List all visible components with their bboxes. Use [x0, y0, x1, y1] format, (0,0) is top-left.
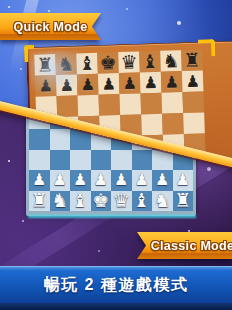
- piece-black-knight[interactable]: ♞: [55, 53, 77, 75]
- square[interactable]: [183, 112, 205, 134]
- square[interactable]: ♜: [34, 54, 56, 76]
- caption-text: 暢玩 2 種遊戲模式: [44, 275, 189, 296]
- square[interactable]: ♝: [76, 53, 98, 75]
- square[interactable]: ♟: [91, 170, 112, 191]
- piece-black-king[interactable]: ♚: [97, 52, 119, 74]
- square[interactable]: ♝: [70, 191, 91, 212]
- piece-white-bishop[interactable]: ♝: [132, 191, 153, 212]
- square[interactable]: [120, 93, 142, 115]
- piece-black-pawn[interactable]: ♟: [161, 71, 183, 93]
- square[interactable]: ♟: [50, 170, 71, 191]
- promo-screenshot: ♜♞♝♚♛♝♞♜♟♟♟♟♟♟♟♟ ♟♟♟♟♟♟♟♟♜♞♝♚♛♝♞♜ Quick …: [0, 0, 232, 310]
- square[interactable]: [162, 113, 184, 135]
- square[interactable]: [152, 150, 173, 171]
- square[interactable]: [70, 150, 91, 171]
- piece-white-pawn[interactable]: ♟: [132, 170, 153, 191]
- square[interactable]: [50, 129, 71, 150]
- square[interactable]: [70, 129, 91, 150]
- piece-black-pawn[interactable]: ♟: [140, 72, 162, 94]
- piece-black-bishop[interactable]: ♝: [139, 51, 161, 73]
- piece-white-rook[interactable]: ♜: [29, 191, 50, 212]
- square[interactable]: [57, 95, 79, 117]
- piece-white-king[interactable]: ♚: [91, 191, 112, 212]
- square[interactable]: ♞: [55, 53, 77, 75]
- square[interactable]: ♟: [140, 72, 162, 94]
- piece-black-pawn[interactable]: ♟: [98, 73, 120, 95]
- piece-white-bishop[interactable]: ♝: [70, 191, 91, 212]
- piece-white-rook[interactable]: ♜: [173, 191, 194, 212]
- square[interactable]: ♞: [152, 191, 173, 212]
- square[interactable]: [141, 93, 163, 115]
- square[interactable]: ♟: [77, 74, 99, 96]
- piece-white-pawn[interactable]: ♟: [152, 170, 173, 191]
- piece-black-pawn[interactable]: ♟: [56, 74, 78, 96]
- square[interactable]: [50, 150, 71, 171]
- square[interactable]: [29, 150, 50, 171]
- square[interactable]: ♝: [139, 51, 161, 73]
- piece-black-rook[interactable]: ♜: [34, 54, 56, 76]
- square[interactable]: [111, 150, 132, 171]
- square[interactable]: ♝: [132, 191, 153, 212]
- square[interactable]: ♟: [29, 170, 50, 191]
- square[interactable]: ♟: [98, 73, 120, 95]
- piece-white-knight[interactable]: ♞: [152, 191, 173, 212]
- square[interactable]: [29, 129, 50, 150]
- sparkle-dots: [8, 160, 10, 162]
- gold-corner-bracket-right: [198, 39, 216, 57]
- classic-mode-ribbon[interactable]: Classic Mode: [137, 232, 232, 259]
- square[interactable]: [99, 94, 121, 116]
- square[interactable]: ♚: [91, 191, 112, 212]
- quick-mode-ribbon[interactable]: Quick Mode: [0, 13, 109, 40]
- square[interactable]: [141, 114, 163, 136]
- bottom-edge-strip: [0, 303, 232, 310]
- square[interactable]: ♟: [56, 74, 78, 96]
- piece-black-pawn[interactable]: ♟: [182, 70, 204, 92]
- piece-white-queen[interactable]: ♛: [111, 191, 132, 212]
- square[interactable]: ♟: [70, 170, 91, 191]
- square[interactable]: ♟: [161, 71, 183, 93]
- piece-white-pawn[interactable]: ♟: [70, 170, 91, 191]
- piece-white-knight[interactable]: ♞: [50, 191, 71, 212]
- square[interactable]: ♟: [132, 170, 153, 191]
- square[interactable]: [78, 95, 100, 117]
- sparkle-dots: [8, 6, 10, 8]
- square[interactable]: ♜: [173, 191, 194, 212]
- caption-banner: 暢玩 2 種遊戲模式: [0, 266, 232, 304]
- square[interactable]: [162, 92, 184, 114]
- square[interactable]: ♞: [50, 191, 71, 212]
- square[interactable]: [91, 150, 112, 171]
- cyan-glow-line: [28, 215, 196, 218]
- piece-white-pawn[interactable]: ♟: [29, 170, 50, 191]
- square[interactable]: ♟: [111, 170, 132, 191]
- classic-mode-label: Classic Mode: [151, 239, 232, 253]
- piece-black-bishop[interactable]: ♝: [76, 53, 98, 75]
- square[interactable]: ♞: [160, 50, 182, 72]
- square[interactable]: ♟: [173, 170, 194, 191]
- piece-white-pawn[interactable]: ♟: [173, 170, 194, 191]
- piece-black-pawn[interactable]: ♟: [77, 74, 99, 96]
- piece-white-pawn[interactable]: ♟: [50, 170, 71, 191]
- square[interactable]: [182, 91, 204, 113]
- square[interactable]: [132, 150, 153, 171]
- quick-mode-label: Quick Mode: [14, 20, 88, 34]
- gold-corner-bracket-left: [24, 45, 35, 62]
- piece-black-pawn[interactable]: ♟: [119, 72, 141, 94]
- piece-white-pawn[interactable]: ♟: [111, 170, 132, 191]
- square[interactable]: ♟: [119, 72, 141, 94]
- square[interactable]: ♟: [35, 75, 57, 97]
- square[interactable]: ♚: [97, 52, 119, 74]
- piece-black-pawn[interactable]: ♟: [35, 75, 57, 97]
- square[interactable]: ♛: [111, 191, 132, 212]
- square[interactable]: ♟: [152, 170, 173, 191]
- square[interactable]: ♜: [29, 191, 50, 212]
- piece-black-queen[interactable]: ♛: [118, 51, 140, 73]
- piece-black-knight[interactable]: ♞: [160, 50, 182, 72]
- square[interactable]: ♛: [118, 51, 140, 73]
- square[interactable]: ♟: [182, 70, 204, 92]
- piece-white-pawn[interactable]: ♟: [91, 170, 112, 191]
